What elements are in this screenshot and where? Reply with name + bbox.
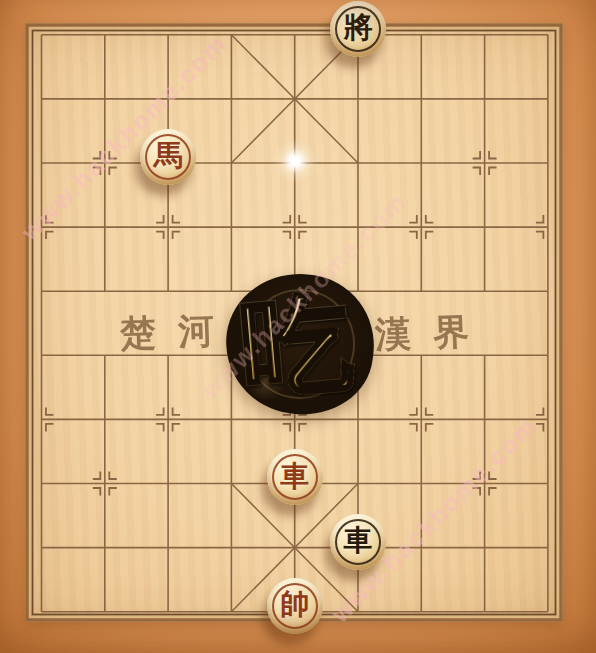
xiangqi-capture-puzzle-screen: 楚河 漢界 吃 將馬車車帥 www.hackhome.com www.hackh… <box>0 0 596 653</box>
piece-black-general[interactable]: 將 <box>330 1 386 57</box>
piece-glyph: 車 <box>280 462 309 491</box>
piece-red-horse[interactable]: 馬 <box>140 129 196 185</box>
piece-red-general[interactable]: 帥 <box>267 578 323 634</box>
piece-glyph: 馬 <box>154 141 183 170</box>
xiangqi-board[interactable]: 將馬車車帥 <box>10 3 580 644</box>
piece-red-chariot[interactable]: 車 <box>267 449 323 505</box>
move-hint-sparkle[interactable] <box>273 139 317 183</box>
piece-glyph: 帥 <box>280 590 309 619</box>
piece-glyph: 將 <box>343 13 372 42</box>
piece-glyph: 車 <box>343 526 372 555</box>
piece-black-chariot[interactable]: 車 <box>330 514 386 570</box>
